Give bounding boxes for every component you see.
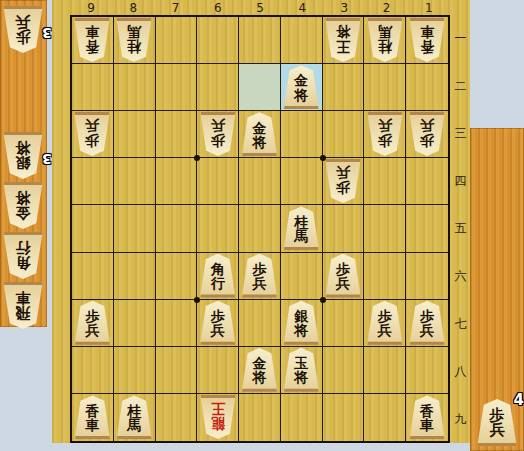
cell-6e[interactable] xyxy=(197,205,239,252)
piece-bishop-sente[interactable]: 角行 xyxy=(200,254,236,298)
rank-label-3: 三 xyxy=(452,110,469,158)
piece-lance-sente[interactable]: 香車 xyxy=(74,395,110,439)
cell-7b[interactable] xyxy=(156,64,198,111)
piece-gold-sente[interactable]: 金将 xyxy=(241,112,277,156)
star-point xyxy=(320,155,326,161)
cell-9g[interactable]: 歩兵 xyxy=(72,300,114,347)
cell-6b[interactable] xyxy=(197,64,239,111)
piece-knight-sente[interactable]: 桂馬 xyxy=(116,395,152,439)
cell-8h[interactable] xyxy=(114,347,156,394)
piece-bishop-gote[interactable]: 角行 xyxy=(3,232,43,279)
rank-labels: 一二三四五六七八九 xyxy=(452,15,469,443)
board: 香車桂馬王将桂馬香車金将歩兵歩兵金将歩兵歩兵歩兵桂馬角行歩兵歩兵歩兵歩兵銀将歩兵… xyxy=(70,15,450,443)
piece-rook-gote[interactable]: 飛車 xyxy=(3,282,43,329)
rank-label-6: 六 xyxy=(452,253,469,301)
piece-pawn-sente[interactable]: 歩兵 xyxy=(200,301,236,345)
cell-4g[interactable]: 銀将 xyxy=(281,300,323,347)
cell-4h[interactable]: 玉将 xyxy=(281,347,323,394)
cell-5i[interactable] xyxy=(239,394,281,441)
cell-2a[interactable]: 桂馬 xyxy=(364,17,406,64)
piece-pawn-sente[interactable]: 歩兵 xyxy=(74,301,110,345)
cell-3i[interactable] xyxy=(323,394,365,441)
cell-8b[interactable] xyxy=(114,64,156,111)
cell-1d[interactable] xyxy=(406,158,448,205)
cell-2c[interactable]: 歩兵 xyxy=(364,111,406,158)
piece-lance-sente[interactable]: 香車 xyxy=(409,395,445,439)
cell-1i[interactable]: 香車 xyxy=(406,394,448,441)
cell-8i[interactable]: 桂馬 xyxy=(114,394,156,441)
file-label-6: 6 xyxy=(197,0,239,15)
cell-3h[interactable] xyxy=(323,347,365,394)
piece-pawn-gote[interactable]: 歩兵 xyxy=(74,112,110,156)
cell-3a[interactable]: 王将 xyxy=(323,17,365,64)
cell-3c[interactable] xyxy=(323,111,365,158)
cell-2g[interactable]: 歩兵 xyxy=(364,300,406,347)
piece-knight-sente[interactable]: 桂馬 xyxy=(283,206,319,250)
cell-1h[interactable] xyxy=(406,347,448,394)
piece-gold-sente[interactable]: 金将 xyxy=(241,348,277,392)
star-point xyxy=(320,297,326,303)
cell-7c[interactable] xyxy=(156,111,198,158)
file-label-3: 3 xyxy=(323,0,365,15)
cell-2h[interactable] xyxy=(364,347,406,394)
gote-hand-gold[interactable]: 金将 xyxy=(3,182,43,229)
piece-pawn-sente[interactable]: 歩兵 xyxy=(477,399,517,446)
cell-9a[interactable]: 香車 xyxy=(72,17,114,64)
sente-hand-pawn[interactable]: 歩兵4 xyxy=(477,399,517,446)
rank-label-2: 二 xyxy=(452,63,469,111)
piece-silver-gote[interactable]: 銀将 xyxy=(3,132,43,179)
cell-2f[interactable] xyxy=(364,253,406,300)
rank-label-4: 四 xyxy=(452,158,469,206)
cell-8c[interactable] xyxy=(114,111,156,158)
cell-4d[interactable] xyxy=(281,158,323,205)
cell-9h[interactable] xyxy=(72,347,114,394)
piece-king-gote[interactable]: 王将 xyxy=(325,18,361,62)
piece-pawn-sente[interactable]: 歩兵 xyxy=(409,301,445,345)
piece-pawn-sente[interactable]: 歩兵 xyxy=(241,254,277,298)
rank-label-8: 八 xyxy=(452,348,469,396)
piece-pawn-gote[interactable]: 歩兵 xyxy=(200,112,236,156)
star-point xyxy=(194,297,200,303)
cell-6d[interactable] xyxy=(197,158,239,205)
cell-2e[interactable] xyxy=(364,205,406,252)
piece-pawn-sente[interactable]: 歩兵 xyxy=(367,301,403,345)
cell-3g[interactable] xyxy=(323,300,365,347)
file-label-5: 5 xyxy=(239,0,281,15)
cell-9b[interactable] xyxy=(72,64,114,111)
cell-9c[interactable]: 歩兵 xyxy=(72,111,114,158)
cell-4c[interactable] xyxy=(281,111,323,158)
hand-count: 3 xyxy=(42,25,52,41)
cell-1f[interactable] xyxy=(406,253,448,300)
file-label-1: 1 xyxy=(408,0,450,15)
piece-dragon-gote[interactable]: 龍王 xyxy=(200,395,236,439)
cell-7i[interactable] xyxy=(156,394,198,441)
cell-8e[interactable] xyxy=(114,205,156,252)
rank-label-9: 九 xyxy=(452,395,469,443)
cell-3d[interactable]: 歩兵 xyxy=(323,158,365,205)
gote-hand-pawn[interactable]: 歩兵3 xyxy=(3,6,43,53)
cell-7d[interactable] xyxy=(156,158,198,205)
piece-lance-gote[interactable]: 香車 xyxy=(74,18,110,62)
piece-king-sente[interactable]: 玉将 xyxy=(283,348,319,392)
board-grid: 香車桂馬王将桂馬香車金将歩兵歩兵金将歩兵歩兵歩兵桂馬角行歩兵歩兵歩兵歩兵銀将歩兵… xyxy=(70,15,450,443)
piece-pawn-gote[interactable]: 歩兵 xyxy=(409,112,445,156)
cell-2d[interactable] xyxy=(364,158,406,205)
cell-6h[interactable] xyxy=(197,347,239,394)
piece-pawn-gote[interactable]: 歩兵 xyxy=(367,112,403,156)
cell-1b[interactable] xyxy=(406,64,448,111)
piece-pawn-gote[interactable]: 歩兵 xyxy=(3,6,43,53)
piece-pawn-gote[interactable]: 歩兵 xyxy=(325,159,361,203)
cell-8a[interactable]: 桂馬 xyxy=(114,17,156,64)
cell-9e[interactable] xyxy=(72,205,114,252)
sente-hand-stand: 歩兵4 xyxy=(470,128,524,451)
rank-label-5: 五 xyxy=(452,205,469,253)
board-panel: 987654321 一二三四五六七八九 香車桂馬王将桂馬香車金将歩兵歩兵金将歩兵… xyxy=(52,0,470,443)
file-labels: 987654321 xyxy=(70,0,450,15)
cell-5f[interactable]: 歩兵 xyxy=(239,253,281,300)
cell-5c[interactable]: 金将 xyxy=(239,111,281,158)
file-label-2: 2 xyxy=(366,0,408,15)
cell-1g[interactable]: 歩兵 xyxy=(406,300,448,347)
gote-hand-pawn-slot: 歩兵3 xyxy=(3,6,43,53)
cell-5g[interactable] xyxy=(239,300,281,347)
cell-3b[interactable] xyxy=(323,64,365,111)
cell-9i[interactable]: 香車 xyxy=(72,394,114,441)
cell-2i[interactable] xyxy=(364,394,406,441)
rank-label-7: 七 xyxy=(452,300,469,348)
sente-hand-list: 歩兵4 xyxy=(477,399,517,446)
cell-6a[interactable] xyxy=(197,17,239,64)
cell-3f[interactable]: 歩兵 xyxy=(323,253,365,300)
file-label-4: 4 xyxy=(281,0,323,15)
cell-5e[interactable] xyxy=(239,205,281,252)
cell-4i[interactable] xyxy=(281,394,323,441)
file-label-9: 9 xyxy=(70,0,112,15)
cell-5a[interactable] xyxy=(239,17,281,64)
gote-hand-rook[interactable]: 飛車 xyxy=(3,282,43,329)
shogi-app: 歩兵3 銀将3金将角行飛車 987654321 一二三四五六七八九 香車桂馬王将… xyxy=(0,0,524,451)
cell-6i[interactable]: 龍王 xyxy=(197,394,239,441)
gote-hand-stand: 歩兵3 銀将3金将角行飛車 xyxy=(0,0,47,327)
cell-9f[interactable] xyxy=(72,253,114,300)
rank-label-1: 一 xyxy=(452,15,469,63)
cell-6c[interactable]: 歩兵 xyxy=(197,111,239,158)
gote-hand-silver[interactable]: 銀将3 xyxy=(3,132,43,179)
cell-8g[interactable] xyxy=(114,300,156,347)
cell-8f[interactable] xyxy=(114,253,156,300)
hand-count: 4 xyxy=(514,391,524,409)
piece-gold-gote[interactable]: 金将 xyxy=(3,182,43,229)
piece-silver-sente[interactable]: 銀将 xyxy=(283,301,319,345)
cell-6f[interactable]: 角行 xyxy=(197,253,239,300)
cell-9d[interactable] xyxy=(72,158,114,205)
hand-count: 3 xyxy=(42,151,52,167)
cell-6g[interactable]: 歩兵 xyxy=(197,300,239,347)
piece-knight-gote[interactable]: 桂馬 xyxy=(367,18,403,62)
cell-1c[interactable]: 歩兵 xyxy=(406,111,448,158)
file-label-7: 7 xyxy=(154,0,196,15)
cell-3e[interactable] xyxy=(323,205,365,252)
cell-4e[interactable]: 桂馬 xyxy=(281,205,323,252)
cell-4b-last-move-to[interactable]: 金将 xyxy=(281,64,323,111)
cell-7e[interactable] xyxy=(156,205,198,252)
cell-4f[interactable] xyxy=(281,253,323,300)
gote-hand-list: 銀将3金将角行飛車 xyxy=(3,132,43,329)
gote-hand-bishop[interactable]: 角行 xyxy=(3,232,43,279)
cell-5h[interactable]: 金将 xyxy=(239,347,281,394)
cell-7g[interactable] xyxy=(156,300,198,347)
cell-7a[interactable] xyxy=(156,17,198,64)
cell-2b[interactable] xyxy=(364,64,406,111)
cell-8d[interactable] xyxy=(114,158,156,205)
cell-1a[interactable]: 香車 xyxy=(406,17,448,64)
piece-pawn-sente[interactable]: 歩兵 xyxy=(325,254,361,298)
cell-1e[interactable] xyxy=(406,205,448,252)
cell-7h[interactable] xyxy=(156,347,198,394)
piece-lance-gote[interactable]: 香車 xyxy=(409,18,445,62)
piece-knight-gote[interactable]: 桂馬 xyxy=(116,18,152,62)
cell-5b-last-move-from[interactable] xyxy=(239,64,281,111)
piece-gold-sente[interactable]: 金将 xyxy=(283,65,319,109)
file-label-8: 8 xyxy=(112,0,154,15)
cell-7f[interactable] xyxy=(156,253,198,300)
cell-5d[interactable] xyxy=(239,158,281,205)
cell-4a[interactable] xyxy=(281,17,323,64)
star-point xyxy=(194,155,200,161)
